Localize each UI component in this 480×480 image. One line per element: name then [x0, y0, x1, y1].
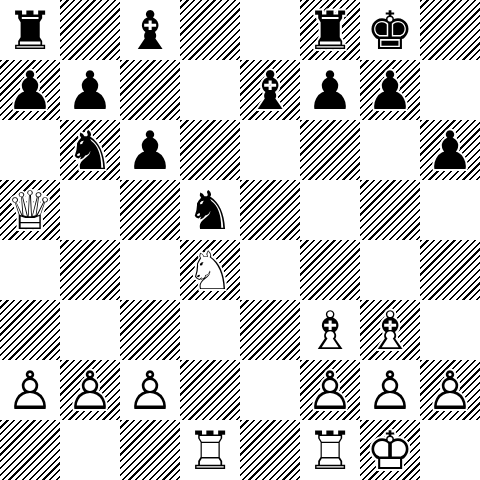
piece-glyph: ♝: [126, 4, 174, 57]
square-f1[interactable]: ♜♖: [300, 420, 360, 480]
piece-glyph: ♚: [366, 4, 414, 57]
square-f2[interactable]: ♟♙: [300, 360, 360, 420]
square-b5[interactable]: [60, 180, 120, 240]
square-g5[interactable]: [360, 180, 420, 240]
piece-glyph: ♕: [6, 184, 54, 237]
white-pawn-f2[interactable]: ♟♙: [300, 360, 360, 420]
square-e3[interactable]: [240, 300, 300, 360]
square-a1[interactable]: [0, 420, 60, 480]
white-pawn-b2[interactable]: ♟♙: [60, 360, 120, 420]
black-bishop-e7[interactable]: ♝♝: [240, 60, 300, 120]
piece-glyph: ♙: [126, 364, 174, 417]
square-e1[interactable]: [240, 420, 300, 480]
square-d6[interactable]: [180, 120, 240, 180]
white-pawn-g2[interactable]: ♟♙: [360, 360, 420, 420]
piece-glyph: ♙: [306, 364, 354, 417]
square-b3[interactable]: [60, 300, 120, 360]
square-h5[interactable]: [420, 180, 480, 240]
square-g7[interactable]: ♟♟: [360, 60, 420, 120]
square-d3[interactable]: [180, 300, 240, 360]
piece-glyph: ♟: [6, 64, 54, 117]
black-knight-b6[interactable]: ♞♞: [60, 120, 120, 180]
square-f7[interactable]: ♟♟: [300, 60, 360, 120]
black-pawn-f7[interactable]: ♟♟: [300, 60, 360, 120]
black-rook-f8[interactable]: ♜♜: [300, 0, 360, 60]
piece-glyph: ♟: [426, 124, 474, 177]
piece-glyph: ♟: [366, 64, 414, 117]
black-knight-d5[interactable]: ♞♞: [180, 180, 240, 240]
piece-glyph: ♗: [366, 304, 414, 357]
white-bishop-g3[interactable]: ♝♗: [360, 300, 420, 360]
square-b2[interactable]: ♟♙: [60, 360, 120, 420]
square-h3[interactable]: [420, 300, 480, 360]
square-a8[interactable]: ♜♜: [0, 0, 60, 60]
square-h7[interactable]: [420, 60, 480, 120]
square-e8[interactable]: [240, 0, 300, 60]
square-f6[interactable]: [300, 120, 360, 180]
piece-glyph: ♜: [6, 4, 54, 57]
square-a4[interactable]: [0, 240, 60, 300]
square-h4[interactable]: [420, 240, 480, 300]
square-c4[interactable]: [120, 240, 180, 300]
square-b7[interactable]: ♟♟: [60, 60, 120, 120]
piece-glyph: ♙: [426, 364, 474, 417]
square-g4[interactable]: [360, 240, 420, 300]
square-c1[interactable]: [120, 420, 180, 480]
white-pawn-h2[interactable]: ♟♙: [420, 360, 480, 420]
piece-glyph: ♜: [306, 4, 354, 57]
piece-glyph: ♞: [186, 184, 234, 237]
square-d1[interactable]: ♜♖: [180, 420, 240, 480]
piece-glyph: ♟: [66, 64, 114, 117]
black-king-g8[interactable]: ♚♚: [360, 0, 420, 60]
square-b6[interactable]: ♞♞: [60, 120, 120, 180]
black-pawn-g7[interactable]: ♟♟: [360, 60, 420, 120]
square-a2[interactable]: ♟♙: [0, 360, 60, 420]
square-e4[interactable]: [240, 240, 300, 300]
square-g8[interactable]: ♚♚: [360, 0, 420, 60]
black-pawn-b7[interactable]: ♟♟: [60, 60, 120, 120]
square-e5[interactable]: [240, 180, 300, 240]
square-a5[interactable]: ♛♕: [0, 180, 60, 240]
square-d2[interactable]: [180, 360, 240, 420]
piece-glyph: ♙: [366, 364, 414, 417]
piece-glyph: ♖: [306, 424, 354, 477]
square-g1[interactable]: ♚♔: [360, 420, 420, 480]
square-d7[interactable]: [180, 60, 240, 120]
white-pawn-a2[interactable]: ♟♙: [0, 360, 60, 420]
piece-glyph: ♟: [306, 64, 354, 117]
white-knight-d4[interactable]: ♞♘: [180, 240, 240, 300]
black-pawn-a7[interactable]: ♟♟: [0, 60, 60, 120]
white-pawn-c2[interactable]: ♟♙: [120, 360, 180, 420]
piece-glyph: ♙: [66, 364, 114, 417]
piece-glyph: ♞: [66, 124, 114, 177]
square-f8[interactable]: ♜♜: [300, 0, 360, 60]
white-queen-a5[interactable]: ♛♕: [0, 180, 60, 240]
chess-board: ♜♜♝♝♜♜♚♚♟♟♟♟♝♝♟♟♟♟♞♞♟♟♟♟♛♕♞♞♞♘♝♗♝♗♟♙♟♙♟♙…: [0, 0, 480, 480]
white-rook-d1[interactable]: ♜♖: [180, 420, 240, 480]
square-h6[interactable]: ♟♟: [420, 120, 480, 180]
square-g2[interactable]: ♟♙: [360, 360, 420, 420]
white-rook-f1[interactable]: ♜♖: [300, 420, 360, 480]
square-c7[interactable]: [120, 60, 180, 120]
square-g3[interactable]: ♝♗: [360, 300, 420, 360]
square-a7[interactable]: ♟♟: [0, 60, 60, 120]
piece-glyph: ♘: [186, 244, 234, 297]
square-c3[interactable]: [120, 300, 180, 360]
square-b4[interactable]: [60, 240, 120, 300]
black-bishop-c8[interactable]: ♝♝: [120, 0, 180, 60]
square-h1[interactable]: [420, 420, 480, 480]
piece-glyph: ♝: [246, 64, 294, 117]
square-h2[interactable]: ♟♙: [420, 360, 480, 420]
square-f4[interactable]: [300, 240, 360, 300]
piece-glyph: ♗: [306, 304, 354, 357]
black-pawn-h6[interactable]: ♟♟: [420, 120, 480, 180]
square-b8[interactable]: [60, 0, 120, 60]
black-rook-a8[interactable]: ♜♜: [0, 0, 60, 60]
piece-glyph: ♔: [366, 424, 414, 477]
square-f3[interactable]: ♝♗: [300, 300, 360, 360]
piece-glyph: ♖: [186, 424, 234, 477]
square-e2[interactable]: [240, 360, 300, 420]
square-e6[interactable]: [240, 120, 300, 180]
square-d5[interactable]: ♞♞: [180, 180, 240, 240]
square-c6[interactable]: ♟♟: [120, 120, 180, 180]
square-h8[interactable]: [420, 0, 480, 60]
square-c8[interactable]: ♝♝: [120, 0, 180, 60]
black-pawn-c6[interactable]: ♟♟: [120, 120, 180, 180]
square-b1[interactable]: [60, 420, 120, 480]
piece-glyph: ♟: [126, 124, 174, 177]
white-bishop-f3[interactable]: ♝♗: [300, 300, 360, 360]
square-g6[interactable]: [360, 120, 420, 180]
square-e7[interactable]: ♝♝: [240, 60, 300, 120]
square-c2[interactable]: ♟♙: [120, 360, 180, 420]
square-a3[interactable]: [0, 300, 60, 360]
square-f5[interactable]: [300, 180, 360, 240]
square-d4[interactable]: ♞♘: [180, 240, 240, 300]
square-a6[interactable]: [0, 120, 60, 180]
piece-glyph: ♙: [6, 364, 54, 417]
white-king-g1[interactable]: ♚♔: [360, 420, 420, 480]
square-c5[interactable]: [120, 180, 180, 240]
square-d8[interactable]: [180, 0, 240, 60]
